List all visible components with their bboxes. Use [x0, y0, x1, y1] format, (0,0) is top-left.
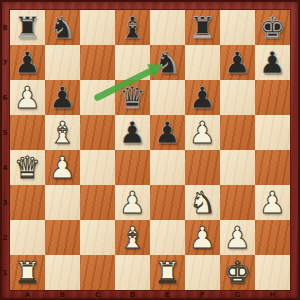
square-g7[interactable]: ♟	[220, 45, 255, 80]
square-f7[interactable]	[185, 45, 220, 80]
square-g8[interactable]	[220, 10, 255, 45]
chess-board: ♜♞♝♜♚♟♞♟♟♟♟♛♟♝♟♟♟♛♟♟♞♟♝♟♟♜♜♚	[10, 10, 290, 290]
white-pawn-b4[interactable]: ♟	[49, 150, 76, 185]
black-knight-e7[interactable]: ♞	[154, 45, 181, 80]
square-h2[interactable]	[255, 220, 290, 255]
square-f8[interactable]: ♜	[185, 10, 220, 45]
square-e3[interactable]	[150, 185, 185, 220]
rank-label-3: 3	[0, 185, 10, 220]
square-e8[interactable]	[150, 10, 185, 45]
black-pawn-d5[interactable]: ♟	[119, 115, 146, 150]
white-pawn-h3[interactable]: ♟	[259, 185, 286, 220]
black-pawn-b6[interactable]: ♟	[49, 80, 76, 115]
square-d4[interactable]	[115, 150, 150, 185]
rank-label-2: 2	[0, 220, 10, 255]
square-a4[interactable]: ♛	[10, 150, 45, 185]
square-c2[interactable]	[80, 220, 115, 255]
square-e4[interactable]	[150, 150, 185, 185]
square-d2[interactable]: ♝	[115, 220, 150, 255]
white-bishop-d2[interactable]: ♝	[119, 220, 146, 255]
square-c7[interactable]	[80, 45, 115, 80]
square-b2[interactable]	[45, 220, 80, 255]
square-d6[interactable]: ♛	[115, 80, 150, 115]
square-g1[interactable]: ♚	[220, 255, 255, 290]
square-g6[interactable]	[220, 80, 255, 115]
black-bishop-d8[interactable]: ♝	[119, 10, 146, 45]
square-f2[interactable]: ♟	[185, 220, 220, 255]
square-g5[interactable]	[220, 115, 255, 150]
square-b8[interactable]: ♞	[45, 10, 80, 45]
square-e7[interactable]: ♞	[150, 45, 185, 80]
file-label-c: C	[80, 290, 115, 300]
square-e5[interactable]: ♟	[150, 115, 185, 150]
rank-label-5: 5	[0, 115, 10, 150]
square-f5[interactable]: ♟	[185, 115, 220, 150]
square-a7[interactable]: ♟	[10, 45, 45, 80]
square-f1[interactable]	[185, 255, 220, 290]
square-d8[interactable]: ♝	[115, 10, 150, 45]
square-g2[interactable]: ♟	[220, 220, 255, 255]
white-pawn-d3[interactable]: ♟	[119, 185, 146, 220]
file-label-g: G	[220, 290, 255, 300]
black-rook-a8[interactable]: ♜	[14, 10, 41, 45]
square-e6[interactable]	[150, 80, 185, 115]
white-pawn-a6[interactable]: ♟	[14, 80, 41, 115]
square-b3[interactable]	[45, 185, 80, 220]
square-d7[interactable]	[115, 45, 150, 80]
file-label-e: E	[150, 290, 185, 300]
square-a1[interactable]: ♜	[10, 255, 45, 290]
square-a2[interactable]	[10, 220, 45, 255]
square-b7[interactable]	[45, 45, 80, 80]
square-c6[interactable]	[80, 80, 115, 115]
black-pawn-h7[interactable]: ♟	[259, 45, 286, 80]
board-frame: 87654321 ♜♞♝♜♚♟♞♟♟♟♟♛♟♝♟♟♟♛♟♟♞♟♝♟♟♜♜♚ AB…	[0, 0, 300, 300]
rank-label-7: 7	[0, 45, 10, 80]
file-label-f: F	[185, 290, 220, 300]
black-pawn-f6[interactable]: ♟	[189, 80, 216, 115]
square-g4[interactable]	[220, 150, 255, 185]
square-c4[interactable]	[80, 150, 115, 185]
white-pawn-f5[interactable]: ♟	[189, 115, 216, 150]
rank-label-4: 4	[0, 150, 10, 185]
square-g3[interactable]	[220, 185, 255, 220]
black-rook-f8[interactable]: ♜	[189, 10, 216, 45]
square-h1[interactable]	[255, 255, 290, 290]
square-h5[interactable]	[255, 115, 290, 150]
white-bishop-b5[interactable]: ♝	[49, 115, 76, 150]
white-knight-f3[interactable]: ♞	[189, 185, 216, 220]
square-a5[interactable]	[10, 115, 45, 150]
white-queen-a4[interactable]: ♛	[14, 150, 41, 185]
square-d3[interactable]: ♟	[115, 185, 150, 220]
square-b4[interactable]: ♟	[45, 150, 80, 185]
square-f4[interactable]	[185, 150, 220, 185]
black-pawn-a7[interactable]: ♟	[14, 45, 41, 80]
rank-label-1: 1	[0, 255, 10, 290]
black-king-h8[interactable]: ♚	[259, 10, 286, 45]
square-d5[interactable]: ♟	[115, 115, 150, 150]
file-labels: ABCDEFGH	[10, 290, 290, 300]
square-c5[interactable]	[80, 115, 115, 150]
square-c8[interactable]	[80, 10, 115, 45]
file-label-a: A	[10, 290, 45, 300]
white-rook-a1[interactable]: ♜	[14, 255, 41, 290]
square-c1[interactable]	[80, 255, 115, 290]
black-pawn-g7[interactable]: ♟	[224, 45, 251, 80]
rank-labels: 87654321	[0, 10, 10, 290]
white-pawn-g2[interactable]: ♟	[224, 220, 251, 255]
rank-label-8: 8	[0, 10, 10, 45]
square-a6[interactable]: ♟	[10, 80, 45, 115]
square-h7[interactable]: ♟	[255, 45, 290, 80]
white-rook-e1[interactable]: ♜	[154, 255, 181, 290]
white-king-g1[interactable]: ♚	[224, 255, 251, 290]
square-b5[interactable]: ♝	[45, 115, 80, 150]
square-h4[interactable]	[255, 150, 290, 185]
white-pawn-f2[interactable]: ♟	[189, 220, 216, 255]
black-queen-d6[interactable]: ♛	[119, 80, 146, 115]
square-b1[interactable]	[45, 255, 80, 290]
square-f3[interactable]: ♞	[185, 185, 220, 220]
square-a8[interactable]: ♜	[10, 10, 45, 45]
square-f6[interactable]: ♟	[185, 80, 220, 115]
square-h6[interactable]	[255, 80, 290, 115]
rank-label-6: 6	[0, 80, 10, 115]
black-knight-b8[interactable]: ♞	[49, 10, 76, 45]
square-a3[interactable]	[10, 185, 45, 220]
file-label-d: D	[115, 290, 150, 300]
square-h3[interactable]: ♟	[255, 185, 290, 220]
square-e2[interactable]	[150, 220, 185, 255]
square-c3[interactable]	[80, 185, 115, 220]
square-b6[interactable]: ♟	[45, 80, 80, 115]
file-label-h: H	[255, 290, 290, 300]
square-h8[interactable]: ♚	[255, 10, 290, 45]
black-pawn-e5[interactable]: ♟	[154, 115, 181, 150]
file-label-b: B	[45, 290, 80, 300]
square-e1[interactable]: ♜	[150, 255, 185, 290]
square-d1[interactable]	[115, 255, 150, 290]
